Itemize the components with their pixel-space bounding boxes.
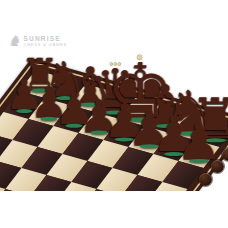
- black-pawn: ♟: [177, 118, 221, 162]
- watermark: ♞ SUNRISE CHESS & GAMES: [8, 34, 67, 49]
- watermark-tagline: CHESS & GAMES: [23, 43, 67, 48]
- felt-base-pad: [189, 159, 209, 163]
- product-photo: ♜♞♝♛♚♝♞♜♟♟♟♟♟♟♟♟ ♞ SUNRISE CHESS & GAMES: [0, 0, 228, 228]
- watermark-horse-icon: ♞: [8, 34, 21, 49]
- king-finial: [137, 55, 142, 60]
